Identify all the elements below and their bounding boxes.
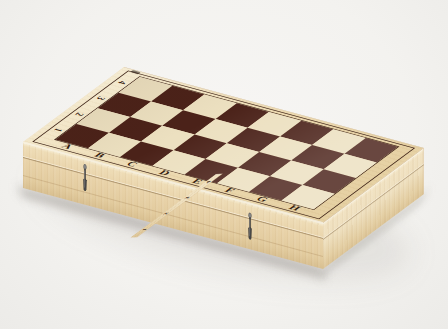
clasp-hook-icon (82, 163, 88, 195)
rank-label-text: 4 (115, 80, 129, 85)
rank-label-text: 1 (51, 127, 65, 132)
clasp-hook-icon (247, 211, 253, 243)
clasp-left (82, 163, 88, 195)
rank-label-text: 2 (72, 112, 86, 117)
clasp-center (247, 211, 253, 243)
scene: ABCDEFGH 4321 4321 (0, 0, 448, 329)
rank-label-text: 3 (94, 96, 108, 101)
